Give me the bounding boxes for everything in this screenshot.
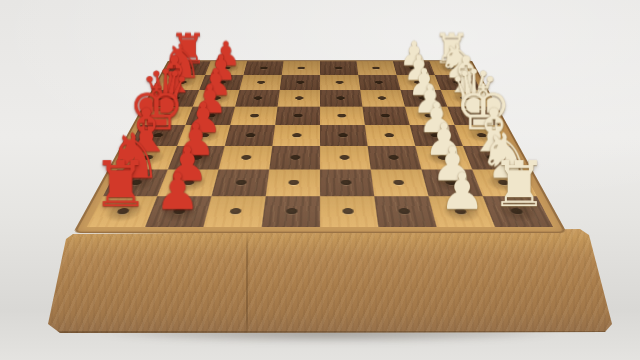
peg-hole — [381, 114, 390, 118]
peg-hole — [260, 67, 268, 70]
square-b4[interactable] — [280, 75, 320, 90]
peg-hole — [185, 67, 194, 70]
square-b2[interactable] — [199, 75, 243, 90]
peg-hole — [295, 96, 303, 99]
chess-board: ♜♟♟♜♞♟♟♞♝♟♟♝♛♟♟♛♚♟♟♚♝♟♟♝♞♟♟♞♜♟♟♜ — [73, 60, 567, 233]
square-d5[interactable] — [320, 107, 365, 126]
peg-hole — [250, 114, 259, 118]
square-a3[interactable] — [243, 61, 283, 75]
peg-hole — [372, 67, 380, 70]
peg-hole — [222, 67, 230, 70]
peg-hole — [217, 81, 226, 84]
square-c5[interactable] — [320, 90, 362, 107]
square-a2[interactable] — [205, 61, 247, 75]
photo-backdrop: ♜♟♟♜♞♟♟♞♝♟♟♝♛♟♟♛♚♟♟♚♝♟♟♝♞♟♟♞♜♟♟♜ — [0, 0, 640, 360]
square-a4[interactable] — [282, 61, 320, 75]
peg-hole — [257, 81, 265, 84]
rook-icon: ♜ — [463, 153, 576, 216]
square-a7[interactable] — [393, 61, 435, 75]
square-b7[interactable] — [397, 75, 441, 90]
square-b3[interactable] — [240, 75, 282, 90]
square-d4[interactable] — [275, 107, 320, 126]
peg-hole — [294, 114, 303, 118]
square-b5[interactable] — [320, 75, 360, 90]
square-a5[interactable] — [320, 61, 358, 75]
peg-hole — [375, 81, 383, 84]
board-scene: ♜♟♟♜♞♟♟♞♝♟♟♝♛♟♟♛♚♟♟♚♝♟♟♝♞♟♟♞♜♟♟♜ — [0, 0, 640, 360]
peg-hole — [336, 96, 344, 99]
peg-hole — [337, 114, 346, 118]
peg-hole — [409, 67, 417, 70]
peg-hole — [254, 96, 263, 99]
pawn-icon: ♟ — [121, 166, 234, 217]
peg-hole — [378, 96, 387, 99]
square-a6[interactable] — [356, 61, 396, 75]
peg-hole — [335, 67, 343, 70]
peg-hole — [297, 67, 305, 70]
peg-hole — [296, 81, 304, 84]
peg-hole — [336, 81, 344, 84]
peg-hole — [414, 81, 423, 84]
piece-red-pawn-h2[interactable]: ♟ — [145, 196, 211, 227]
square-b6[interactable] — [358, 75, 400, 90]
piece-cream-rook-h8[interactable]: ♜ — [483, 196, 554, 227]
peg-hole — [446, 67, 455, 70]
square-c4[interactable] — [278, 90, 320, 107]
